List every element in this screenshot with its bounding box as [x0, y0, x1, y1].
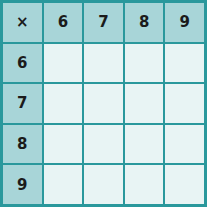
product-cell[interactable]	[84, 165, 123, 204]
row-header: 7	[3, 84, 42, 123]
col-header: 9	[165, 3, 204, 42]
product-cell[interactable]	[125, 84, 164, 123]
col-header: 6	[44, 3, 83, 42]
product-cell[interactable]	[44, 44, 83, 83]
col-header: 7	[84, 3, 123, 42]
row-header: 6	[3, 44, 42, 83]
product-cell[interactable]	[44, 165, 83, 204]
product-cell[interactable]	[165, 84, 204, 123]
product-cell[interactable]	[125, 165, 164, 204]
product-cell[interactable]	[165, 165, 204, 204]
operator-cell: ×	[3, 3, 42, 42]
product-cell[interactable]	[84, 44, 123, 83]
product-cell[interactable]	[125, 125, 164, 164]
product-cell[interactable]	[165, 125, 204, 164]
multiplication-table: × 6 7 8 9 6 7 8 9	[0, 0, 207, 207]
product-cell[interactable]	[165, 44, 204, 83]
product-cell[interactable]	[84, 125, 123, 164]
product-cell[interactable]	[44, 84, 83, 123]
col-header: 8	[125, 3, 164, 42]
row-header: 8	[3, 125, 42, 164]
product-cell[interactable]	[84, 84, 123, 123]
product-cell[interactable]	[44, 125, 83, 164]
row-header: 9	[3, 165, 42, 204]
product-cell[interactable]	[125, 44, 164, 83]
